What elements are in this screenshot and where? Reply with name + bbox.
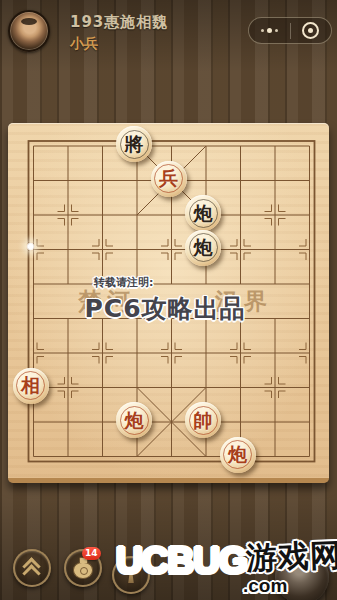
player-avatar <box>8 10 50 52</box>
piece-帥-red[interactable]: 帥 <box>185 402 221 438</box>
logo-bug: BUG <box>167 540 246 581</box>
logo-dotcom: .com <box>243 575 287 597</box>
more-button[interactable] <box>249 18 290 43</box>
watermark-brand: PC6攻略出品 <box>84 292 245 325</box>
piece-glyph: 帥 <box>194 411 213 430</box>
piece-炮-black[interactable]: 炮 <box>185 230 221 266</box>
piece-glyph: 兵 <box>159 169 178 188</box>
target-icon <box>302 22 319 39</box>
bag-badge: 14 <box>82 547 101 560</box>
piece-glyph: 炮 <box>228 445 247 464</box>
piece-glyph: 炮 <box>194 204 213 223</box>
page-title: 193惠施相魏 <box>70 13 168 32</box>
collapse-button[interactable] <box>13 549 51 587</box>
chevron-up-icon <box>23 560 41 576</box>
piece-glyph: 將 <box>125 135 144 154</box>
piece-glyph: 炮 <box>125 411 144 430</box>
player-rank-label: 小兵 <box>70 35 98 53</box>
exit-button[interactable] <box>291 18 332 43</box>
ucbug-logo: UCBUG <box>116 540 247 582</box>
sparkle-dot <box>26 242 35 251</box>
app-screen: 193惠施相魏 小兵 楚河 汉界 將兵炮炮相炮帥炮 转载请注明: PC6攻略出品… <box>0 0 337 600</box>
xiangqi-board[interactable]: 楚河 汉界 將兵炮炮相炮帥炮 转载请注明: PC6攻略出品 <box>8 123 329 483</box>
piece-炮-red[interactable]: 炮 <box>116 402 152 438</box>
piece-炮-black[interactable]: 炮 <box>185 195 221 231</box>
logo-uc: UC <box>116 540 167 581</box>
piece-將-black[interactable]: 將 <box>116 126 152 162</box>
piece-兵-red[interactable]: 兵 <box>151 161 187 197</box>
money-bag-icon <box>73 562 93 579</box>
more-icon <box>261 28 278 33</box>
logo-site-name: 游戏网 <box>245 534 337 579</box>
piece-炮-red[interactable]: 炮 <box>220 437 256 473</box>
piece-glyph: 相 <box>21 376 40 395</box>
piece-相-red[interactable]: 相 <box>13 368 49 404</box>
piece-glyph: 炮 <box>194 238 213 257</box>
miniprogram-capsule <box>248 17 332 44</box>
watermark-note: 转载请注明: <box>94 275 153 290</box>
